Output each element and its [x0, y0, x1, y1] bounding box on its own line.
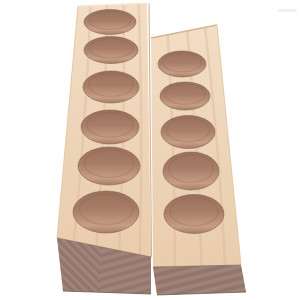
left-tier-hole: [78, 147, 140, 185]
right-tier-hole: [161, 116, 215, 149]
right-tier-hole: [160, 82, 210, 110]
left-tier-hole: [81, 110, 139, 144]
left-tier-hole: [73, 191, 139, 233]
scene-svg: [0, 0, 300, 300]
right-tier-hole: [163, 152, 219, 190]
left-tier-hole: [83, 71, 139, 103]
left-tier-hole: [84, 37, 138, 64]
right-tier-hole: [158, 51, 206, 77]
watermark: [278, 9, 297, 12]
right-tier-hole: [164, 195, 224, 234]
holder-group: [25, 0, 275, 300]
left-tier-hole: [84, 10, 136, 35]
product-photo: [0, 0, 300, 300]
